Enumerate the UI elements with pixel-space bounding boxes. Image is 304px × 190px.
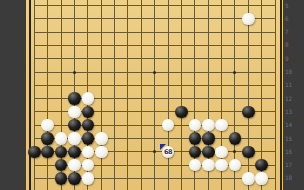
row-label: 6 bbox=[285, 16, 299, 22]
row-label: 9 bbox=[285, 56, 299, 62]
row-label: 18 bbox=[285, 175, 299, 181]
grid-vline bbox=[34, 0, 35, 190]
black-stone[interactable] bbox=[68, 92, 81, 105]
black-stone[interactable] bbox=[82, 132, 95, 145]
grid-hline bbox=[34, 32, 275, 33]
white-stone[interactable] bbox=[242, 172, 255, 185]
white-stone[interactable] bbox=[82, 172, 95, 185]
black-stone[interactable] bbox=[68, 146, 81, 159]
black-stone[interactable] bbox=[41, 146, 54, 159]
black-stone[interactable] bbox=[189, 132, 202, 145]
row-label: 7 bbox=[285, 29, 299, 35]
black-stone[interactable] bbox=[68, 172, 81, 185]
black-stone[interactable] bbox=[202, 132, 215, 145]
white-stone[interactable] bbox=[82, 92, 95, 105]
white-stone[interactable] bbox=[68, 106, 81, 119]
black-stone[interactable] bbox=[28, 146, 41, 159]
white-stone[interactable] bbox=[68, 159, 81, 172]
grid-vline bbox=[248, 0, 249, 190]
board-frame-right bbox=[280, 0, 282, 190]
grid-vline bbox=[47, 0, 48, 190]
black-stone[interactable] bbox=[55, 172, 68, 185]
grid-hline bbox=[34, 5, 275, 6]
white-stone[interactable] bbox=[242, 13, 255, 26]
white-stone[interactable] bbox=[215, 146, 228, 159]
go-app-screen: 6856789101112131415161718 bbox=[0, 0, 304, 190]
last-move-triangle-icon bbox=[160, 144, 166, 150]
grid-hline bbox=[34, 18, 275, 19]
grid-vline bbox=[101, 0, 102, 190]
grid-vline bbox=[168, 0, 169, 190]
white-stone[interactable] bbox=[202, 119, 215, 132]
row-label: 10 bbox=[285, 69, 299, 75]
row-label: 13 bbox=[285, 109, 299, 115]
white-stone[interactable] bbox=[95, 146, 108, 159]
black-stone[interactable] bbox=[242, 146, 255, 159]
grid-hline bbox=[34, 58, 275, 59]
white-stone[interactable] bbox=[255, 172, 268, 185]
row-label: 8 bbox=[285, 42, 299, 48]
white-stone[interactable] bbox=[55, 132, 68, 145]
black-stone[interactable] bbox=[175, 106, 188, 119]
white-stone[interactable] bbox=[68, 132, 81, 145]
left-panel bbox=[0, 0, 26, 190]
grid-vline bbox=[154, 0, 155, 190]
board-frame-left bbox=[29, 0, 31, 190]
row-label: 14 bbox=[285, 122, 299, 128]
star-point bbox=[73, 71, 76, 74]
grid-vline bbox=[141, 0, 142, 190]
grid-vline bbox=[127, 0, 128, 190]
white-stone[interactable] bbox=[202, 159, 215, 172]
grid-vline bbox=[181, 0, 182, 190]
row-label: 5 bbox=[285, 3, 299, 9]
white-stone[interactable] bbox=[95, 132, 108, 145]
row-label: 15 bbox=[285, 136, 299, 142]
row-label: 17 bbox=[285, 162, 299, 168]
row-label: 11 bbox=[285, 82, 299, 88]
grid-hline bbox=[34, 45, 275, 46]
black-stone[interactable] bbox=[202, 146, 215, 159]
black-stone[interactable] bbox=[41, 132, 54, 145]
black-stone[interactable] bbox=[242, 106, 255, 119]
row-label: 12 bbox=[285, 96, 299, 102]
grid-hline bbox=[34, 85, 275, 86]
black-stone[interactable] bbox=[189, 146, 202, 159]
white-stone[interactable] bbox=[82, 146, 95, 159]
star-point bbox=[153, 71, 156, 74]
black-stone[interactable] bbox=[229, 132, 242, 145]
grid-vline bbox=[114, 0, 115, 190]
row-label: 16 bbox=[285, 149, 299, 155]
grid-vline bbox=[275, 0, 276, 190]
